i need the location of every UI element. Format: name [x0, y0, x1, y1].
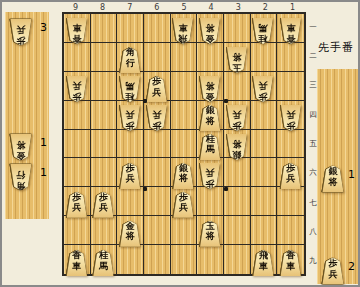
- rank-label-1: 一: [307, 12, 319, 41]
- piece-gote[interactable]: 金将: [200, 15, 221, 41]
- gote-piece-face: 歩兵: [10, 19, 32, 46]
- piece-sente[interactable]: 桂馬: [93, 247, 114, 273]
- square-99[interactable]: 香車: [64, 245, 91, 274]
- piece-sente[interactable]: 角行: [120, 44, 141, 70]
- piece-gote[interactable]: 歩兵: [253, 73, 274, 99]
- file-label-9: 9: [62, 3, 89, 12]
- square-79[interactable]: [117, 245, 144, 274]
- square-46[interactable]: 歩兵: [197, 158, 224, 187]
- square-67[interactable]: [144, 187, 171, 216]
- square-88[interactable]: [91, 216, 118, 245]
- square-96[interactable]: [64, 158, 91, 187]
- piece-gote[interactable]: 歩兵: [226, 102, 247, 128]
- piece-kanji: 将: [200, 81, 221, 92]
- square-92[interactable]: [64, 43, 91, 72]
- sente-hand-pawn[interactable]: 歩兵: [322, 254, 344, 281]
- sente-piece-face: 歩兵: [322, 258, 344, 285]
- file-label-3: 3: [225, 3, 252, 12]
- piece-gote[interactable]: 香車: [66, 15, 87, 41]
- piece-kanji: 車: [280, 23, 301, 34]
- piece-kanji: 将: [226, 52, 247, 63]
- sente-piece-face: 歩兵: [173, 192, 194, 218]
- square-36[interactable]: [224, 158, 251, 187]
- square-66[interactable]: [144, 158, 171, 187]
- square-78[interactable]: 金将: [117, 216, 144, 245]
- piece-gote[interactable]: 香車: [280, 15, 301, 41]
- square-34[interactable]: 歩兵: [224, 101, 251, 130]
- piece-kanji: 車: [280, 261, 301, 272]
- sente-piece-face: 香車: [280, 250, 301, 276]
- square-85[interactable]: [91, 130, 118, 159]
- sente-captured-tray: 銀将 1 歩兵 2: [317, 69, 360, 284]
- piece-kanji: 兵: [10, 25, 32, 36]
- piece-kanji: 歩: [173, 192, 194, 203]
- piece-sente[interactable]: 歩兵: [93, 188, 114, 214]
- piece-kanji: 銀: [173, 163, 194, 174]
- sente-hand-pawn-count: 2: [348, 260, 355, 273]
- square-59[interactable]: [171, 245, 198, 274]
- gote-piece-face: 玉将: [226, 47, 247, 73]
- square-52[interactable]: [171, 43, 198, 72]
- piece-kanji: 将: [173, 173, 194, 184]
- square-72[interactable]: 角行: [117, 43, 144, 72]
- piece-gote[interactable]: 歩兵: [280, 102, 301, 128]
- piece-sente[interactable]: 銀将: [322, 162, 344, 189]
- gote-piece-face: 歩兵: [253, 76, 274, 102]
- gote-hand-bishop-count: 1: [40, 166, 47, 179]
- hoshi-dot: [143, 99, 147, 103]
- piece-kanji: 角: [120, 47, 141, 58]
- square-23[interactable]: 歩兵: [251, 72, 278, 101]
- square-15[interactable]: [277, 130, 304, 159]
- sente-piece-face: 歩兵: [66, 192, 87, 218]
- sente-hand-silver-count: 1: [348, 168, 355, 181]
- file-label-2: 2: [252, 3, 279, 12]
- gote-piece-face: 香車: [280, 18, 301, 44]
- square-73[interactable]: 桂馬: [117, 72, 144, 101]
- piece-sente[interactable]: 香車: [66, 247, 87, 273]
- piece-kanji: 将: [322, 176, 344, 187]
- square-51[interactable]: 飛車: [171, 14, 198, 43]
- piece-kanji: 歩: [66, 192, 87, 203]
- sente-piece-face: 玉将: [200, 221, 221, 247]
- piece-kanji: 行: [120, 58, 141, 69]
- square-49[interactable]: [197, 245, 224, 274]
- sente-piece-face: 歩兵: [120, 163, 141, 189]
- square-61[interactable]: [144, 14, 171, 43]
- gote-hand-pawn[interactable]: 歩兵: [10, 15, 32, 42]
- sente-hand-silver[interactable]: 銀将: [322, 162, 344, 189]
- gote-piece-face: 飛車: [173, 18, 194, 44]
- square-33[interactable]: [224, 72, 251, 101]
- piece-kanji: 将: [200, 231, 221, 242]
- square-69[interactable]: [144, 245, 171, 274]
- square-14[interactable]: 歩兵: [277, 101, 304, 130]
- piece-kanji: 兵: [120, 173, 141, 184]
- piece-sente[interactable]: 香車: [280, 247, 301, 273]
- square-32[interactable]: 玉将: [224, 43, 251, 72]
- piece-kanji: 車: [66, 261, 87, 272]
- piece-kanji: 兵: [173, 202, 194, 213]
- piece-kanji: 将: [120, 231, 141, 242]
- gote-piece-face: 桂馬: [120, 76, 141, 102]
- sente-piece-face: 桂馬: [200, 134, 221, 160]
- file-label-8: 8: [89, 3, 116, 12]
- piece-kanji: 兵: [93, 202, 114, 213]
- square-64[interactable]: 歩兵: [144, 101, 171, 130]
- piece-sente[interactable]: 歩兵: [146, 73, 167, 99]
- square-22[interactable]: [251, 43, 278, 72]
- piece-kanji: 歩: [146, 76, 167, 87]
- piece-gote[interactable]: 金将: [10, 130, 32, 157]
- piece-kanji: 銀: [200, 105, 221, 116]
- piece-gote[interactable]: 玉将: [226, 44, 247, 70]
- gote-piece-face: 金将: [200, 76, 221, 102]
- piece-kanji: 歩: [10, 35, 32, 46]
- square-39[interactable]: [224, 245, 251, 274]
- piece-sente[interactable]: 歩兵: [66, 188, 87, 214]
- square-12[interactable]: [277, 43, 304, 72]
- piece-kanji: 馬: [120, 81, 141, 92]
- gote-hand-pawn-count: 3: [40, 21, 47, 34]
- piece-sente[interactable]: 歩兵: [173, 188, 194, 214]
- piece-kanji: 歩: [120, 163, 141, 174]
- gote-piece-face: 銀将: [226, 134, 247, 160]
- piece-sente[interactable]: 玉将: [200, 217, 221, 243]
- piece-gote[interactable]: 歩兵: [146, 102, 167, 128]
- piece-gote[interactable]: 歩兵: [120, 102, 141, 128]
- square-31[interactable]: [224, 14, 251, 43]
- gote-piece-face: 歩兵: [226, 105, 247, 131]
- hoshi-dot: [224, 99, 228, 103]
- square-76[interactable]: 歩兵: [117, 158, 144, 187]
- piece-kanji: 兵: [280, 173, 301, 184]
- square-44[interactable]: 銀将: [197, 101, 224, 130]
- gote-captured-tray: 歩兵 3 金将 1 角行 1: [5, 12, 49, 219]
- sente-piece-face: 桂馬: [93, 250, 114, 276]
- piece-gote[interactable]: 桂馬: [120, 73, 141, 99]
- piece-kanji: 兵: [280, 110, 301, 121]
- file-label-1: 1: [279, 3, 306, 12]
- gote-piece-face: 金将: [10, 134, 32, 161]
- piece-kanji: 将: [226, 139, 247, 150]
- sente-piece-face: 銀将: [173, 163, 194, 189]
- piece-kanji: 桂: [93, 250, 114, 261]
- square-13[interactable]: [277, 72, 304, 101]
- square-17[interactable]: [277, 187, 304, 216]
- square-91[interactable]: 香車: [64, 14, 91, 43]
- piece-kanji: 玉: [200, 221, 221, 232]
- piece-kanji: 香: [66, 250, 87, 261]
- sente-piece-face: 飛車: [253, 250, 274, 276]
- gote-piece-face: 歩兵: [66, 76, 87, 102]
- gote-piece-face: 角行: [10, 164, 32, 191]
- square-26[interactable]: [251, 158, 278, 187]
- square-89[interactable]: 桂馬: [91, 245, 118, 274]
- gote-piece-face: 歩兵: [146, 105, 167, 131]
- square-37[interactable]: [224, 187, 251, 216]
- square-62[interactable]: [144, 43, 171, 72]
- square-65[interactable]: [144, 130, 171, 159]
- piece-kanji: 馬: [253, 23, 274, 34]
- square-87[interactable]: 歩兵: [91, 187, 118, 216]
- sente-piece-face: 角行: [120, 47, 141, 73]
- piece-kanji: 銀: [322, 166, 344, 177]
- square-75[interactable]: [117, 130, 144, 159]
- gote-piece-face: 桂馬: [253, 18, 274, 44]
- piece-kanji: 金: [10, 150, 32, 161]
- piece-gote[interactable]: 歩兵: [200, 159, 221, 185]
- square-35[interactable]: 銀将: [224, 130, 251, 159]
- piece-kanji: 兵: [200, 168, 221, 179]
- square-98[interactable]: [64, 216, 91, 245]
- piece-kanji: 兵: [146, 110, 167, 121]
- square-21[interactable]: 桂馬: [251, 14, 278, 43]
- square-63[interactable]: 歩兵: [144, 72, 171, 101]
- square-94[interactable]: [64, 101, 91, 130]
- square-54[interactable]: [171, 101, 198, 130]
- piece-kanji: 将: [200, 116, 221, 127]
- piece-kanji: 兵: [66, 81, 87, 92]
- square-77[interactable]: [117, 187, 144, 216]
- piece-kanji: 馬: [200, 144, 221, 155]
- hoshi-dot: [143, 187, 147, 191]
- piece-sente[interactable]: 飛車: [253, 247, 274, 273]
- square-25[interactable]: [251, 130, 278, 159]
- square-48[interactable]: 玉将: [197, 216, 224, 245]
- sente-piece-face: 金将: [120, 221, 141, 247]
- square-57[interactable]: 歩兵: [171, 187, 198, 216]
- piece-kanji: 馬: [93, 261, 114, 272]
- piece-kanji: 将: [200, 23, 221, 34]
- piece-gote[interactable]: 歩兵: [10, 15, 32, 42]
- square-55[interactable]: [171, 130, 198, 159]
- gote-piece-face: 歩兵: [200, 163, 221, 189]
- square-83[interactable]: [91, 72, 118, 101]
- piece-kanji: 兵: [146, 87, 167, 98]
- square-28[interactable]: [251, 216, 278, 245]
- square-56[interactable]: 銀将: [171, 158, 198, 187]
- gote-piece-face: 金将: [200, 18, 221, 44]
- square-41[interactable]: 金将: [197, 14, 224, 43]
- piece-gote[interactable]: 銀将: [226, 130, 247, 156]
- piece-kanji: 歩: [322, 258, 344, 269]
- sente-piece-face: 銀将: [322, 166, 344, 193]
- piece-kanji: 香: [280, 250, 301, 261]
- square-43[interactable]: 金将: [197, 72, 224, 101]
- piece-kanji: 兵: [120, 110, 141, 121]
- piece-sente[interactable]: 歩兵: [280, 159, 301, 185]
- piece-sente[interactable]: 金将: [120, 217, 141, 243]
- file-label-4: 4: [198, 3, 225, 12]
- square-27[interactable]: [251, 187, 278, 216]
- piece-gote[interactable]: 歩兵: [66, 73, 87, 99]
- piece-sente[interactable]: 歩兵: [120, 159, 141, 185]
- square-86[interactable]: [91, 158, 118, 187]
- square-74[interactable]: 歩兵: [117, 101, 144, 130]
- piece-kanji: 兵: [322, 268, 344, 279]
- piece-gote[interactable]: 金将: [200, 73, 221, 99]
- square-84[interactable]: [91, 101, 118, 130]
- gote-piece-face: 香車: [66, 18, 87, 44]
- piece-sente[interactable]: 歩兵: [322, 254, 344, 281]
- piece-sente[interactable]: 銀将: [200, 102, 221, 128]
- piece-kanji: 車: [253, 261, 274, 272]
- piece-sente[interactable]: 桂馬: [200, 130, 221, 156]
- square-58[interactable]: [171, 216, 198, 245]
- piece-kanji: 将: [10, 140, 32, 151]
- sente-piece-face: 歩兵: [93, 192, 114, 218]
- square-68[interactable]: [144, 216, 171, 245]
- gote-hand-gold[interactable]: 金将: [10, 130, 32, 157]
- gote-hand-bishop[interactable]: 角行: [10, 160, 32, 187]
- sente-piece-face: 香車: [66, 250, 87, 276]
- gote-piece-face: 歩兵: [120, 105, 141, 131]
- gote-piece-face: 歩兵: [280, 105, 301, 131]
- piece-kanji: 歩: [280, 163, 301, 174]
- shogi-board: 香車飛車金将桂馬香車角行玉将歩兵桂馬歩兵金将歩兵歩兵歩兵銀将歩兵歩兵桂馬銀将歩兵…: [62, 12, 306, 276]
- file-labels: 987654321: [62, 3, 306, 12]
- sente-piece-face: 歩兵: [280, 163, 301, 189]
- square-18[interactable]: [277, 216, 304, 245]
- square-47[interactable]: [197, 187, 224, 216]
- piece-kanji: 車: [173, 23, 194, 34]
- square-81[interactable]: [91, 14, 118, 43]
- square-42[interactable]: [197, 43, 224, 72]
- piece-gote[interactable]: 飛車: [173, 15, 194, 41]
- piece-kanji: 兵: [66, 202, 87, 213]
- turn-indicator: 先手番: [318, 40, 354, 55]
- square-19[interactable]: 香車: [277, 245, 304, 274]
- piece-kanji: 金: [120, 221, 141, 232]
- square-29[interactable]: 飛車: [251, 245, 278, 274]
- gote-hand-gold-count: 1: [40, 136, 47, 149]
- piece-kanji: 歩: [93, 192, 114, 203]
- piece-kanji: 桂: [200, 134, 221, 145]
- square-97[interactable]: 歩兵: [64, 187, 91, 216]
- piece-kanji: 行: [10, 170, 32, 181]
- square-71[interactable]: [117, 14, 144, 43]
- piece-gote[interactable]: 桂馬: [253, 15, 274, 41]
- piece-kanji: 車: [66, 23, 87, 34]
- square-53[interactable]: [171, 72, 198, 101]
- sente-piece-face: 銀将: [200, 105, 221, 131]
- square-38[interactable]: [224, 216, 251, 245]
- piece-kanji: 兵: [253, 81, 274, 92]
- piece-kanji: 角: [10, 180, 32, 191]
- square-95[interactable]: [64, 130, 91, 159]
- piece-kanji: 兵: [226, 110, 247, 121]
- piece-sente[interactable]: 銀将: [173, 159, 194, 185]
- file-label-7: 7: [116, 3, 143, 12]
- square-11[interactable]: 香車: [277, 14, 304, 43]
- square-24[interactable]: [251, 101, 278, 130]
- file-label-5: 5: [170, 3, 197, 12]
- shogi-diagram: 987654321 香車飛車金将桂馬香車角行玉将歩兵桂馬歩兵金将歩兵歩兵歩兵銀将…: [0, 0, 360, 287]
- piece-kanji: 飛: [253, 250, 274, 261]
- square-16[interactable]: 歩兵: [277, 158, 304, 187]
- file-label-6: 6: [143, 3, 170, 12]
- hoshi-dot: [224, 187, 228, 191]
- sente-piece-face: 歩兵: [146, 76, 167, 102]
- square-45[interactable]: 桂馬: [197, 130, 224, 159]
- square-82[interactable]: [91, 43, 118, 72]
- piece-gote[interactable]: 角行: [10, 160, 32, 187]
- square-93[interactable]: 歩兵: [64, 72, 91, 101]
